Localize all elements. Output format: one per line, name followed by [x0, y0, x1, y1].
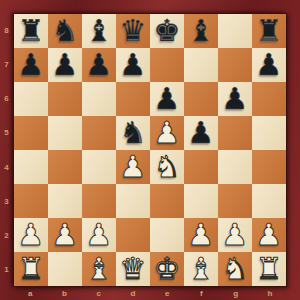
piece-white-bishop[interactable]: ♝ [188, 252, 215, 286]
piece-black-bishop[interactable]: ♝ [86, 14, 113, 48]
piece-black-knight[interactable]: ♞ [120, 116, 147, 150]
piece-white-pawn[interactable]: ♟ [154, 116, 181, 150]
square-e1[interactable]: ♚ [150, 252, 184, 286]
square-a6[interactable] [14, 82, 48, 116]
square-c5[interactable] [82, 116, 116, 150]
square-g2[interactable]: ♟ [218, 218, 252, 252]
square-g3[interactable] [218, 184, 252, 218]
rank-label-6: 6 [0, 82, 13, 116]
square-f6[interactable] [184, 82, 218, 116]
square-h4[interactable] [252, 150, 286, 184]
square-d1[interactable]: ♛ [116, 252, 150, 286]
file-label-f: f [184, 287, 218, 300]
file-label-d: d [116, 287, 150, 300]
square-g1[interactable]: ♞ [218, 252, 252, 286]
square-a7[interactable]: ♟ [14, 48, 48, 82]
rank-label-2: 2 [0, 219, 13, 253]
piece-black-pawn[interactable]: ♟ [256, 48, 283, 82]
piece-black-knight[interactable]: ♞ [52, 14, 79, 48]
piece-white-knight[interactable]: ♞ [154, 150, 181, 184]
piece-white-bishop[interactable]: ♝ [86, 252, 113, 286]
square-c4[interactable] [82, 150, 116, 184]
piece-black-pawn[interactable]: ♟ [154, 82, 181, 116]
square-h3[interactable] [252, 184, 286, 218]
square-h5[interactable] [252, 116, 286, 150]
square-a5[interactable] [14, 116, 48, 150]
rank-labels: 87654321 [0, 13, 13, 287]
square-b5[interactable] [48, 116, 82, 150]
piece-white-pawn[interactable]: ♟ [120, 150, 147, 184]
square-d2[interactable] [116, 218, 150, 252]
piece-black-pawn[interactable]: ♟ [188, 116, 215, 150]
piece-black-king[interactable]: ♚ [154, 14, 181, 48]
square-f5[interactable]: ♟ [184, 116, 218, 150]
square-h1[interactable]: ♜ [252, 252, 286, 286]
square-e3[interactable] [150, 184, 184, 218]
file-label-h: h [253, 287, 287, 300]
piece-white-knight[interactable]: ♞ [222, 252, 249, 286]
square-h6[interactable] [252, 82, 286, 116]
square-e8[interactable]: ♚ [150, 14, 184, 48]
square-d5[interactable]: ♞ [116, 116, 150, 150]
square-b8[interactable]: ♞ [48, 14, 82, 48]
piece-black-pawn[interactable]: ♟ [222, 82, 249, 116]
square-c6[interactable] [82, 82, 116, 116]
piece-white-pawn[interactable]: ♟ [256, 218, 283, 252]
piece-black-rook[interactable]: ♜ [256, 14, 283, 48]
rank-label-4: 4 [0, 150, 13, 184]
square-d4[interactable]: ♟ [116, 150, 150, 184]
square-f1[interactable]: ♝ [184, 252, 218, 286]
chess-board[interactable]: ♜♞♝♛♚♝♜♟♟♟♟♟♟♟♞♟♟♟♞♟♟♟♟♟♟♜♝♛♚♝♞♜ [13, 13, 287, 287]
square-b4[interactable] [48, 150, 82, 184]
square-e7[interactable] [150, 48, 184, 82]
piece-white-pawn[interactable]: ♟ [222, 218, 249, 252]
square-c3[interactable] [82, 184, 116, 218]
rank-label-3: 3 [0, 184, 13, 218]
square-b6[interactable] [48, 82, 82, 116]
square-a2[interactable]: ♟ [14, 218, 48, 252]
piece-white-queen[interactable]: ♛ [120, 252, 147, 286]
square-a8[interactable]: ♜ [14, 14, 48, 48]
square-g8[interactable] [218, 14, 252, 48]
piece-black-rook[interactable]: ♜ [18, 14, 45, 48]
piece-white-pawn[interactable]: ♟ [188, 218, 215, 252]
rank-label-1: 1 [0, 253, 13, 287]
square-d7[interactable]: ♟ [116, 48, 150, 82]
square-f8[interactable]: ♝ [184, 14, 218, 48]
piece-white-rook[interactable]: ♜ [18, 252, 45, 286]
square-g7[interactable] [218, 48, 252, 82]
rank-label-8: 8 [0, 13, 13, 47]
square-e5[interactable]: ♟ [150, 116, 184, 150]
square-d8[interactable]: ♛ [116, 14, 150, 48]
square-f2[interactable]: ♟ [184, 218, 218, 252]
square-b2[interactable]: ♟ [48, 218, 82, 252]
file-label-g: g [219, 287, 253, 300]
rank-label-5: 5 [0, 116, 13, 150]
file-label-a: a [13, 287, 47, 300]
file-label-c: c [82, 287, 116, 300]
square-g5[interactable] [218, 116, 252, 150]
square-d3[interactable] [116, 184, 150, 218]
piece-black-pawn[interactable]: ♟ [120, 48, 147, 82]
square-c2[interactable]: ♟ [82, 218, 116, 252]
piece-black-pawn[interactable]: ♟ [18, 48, 45, 82]
rank-label-7: 7 [0, 47, 13, 81]
piece-white-pawn[interactable]: ♟ [86, 218, 113, 252]
square-a4[interactable] [14, 150, 48, 184]
square-b1[interactable] [48, 252, 82, 286]
square-b3[interactable] [48, 184, 82, 218]
square-h2[interactable]: ♟ [252, 218, 286, 252]
square-h7[interactable]: ♟ [252, 48, 286, 82]
square-e4[interactable]: ♞ [150, 150, 184, 184]
piece-black-queen[interactable]: ♛ [120, 14, 147, 48]
piece-black-pawn[interactable]: ♟ [86, 48, 113, 82]
file-labels: abcdefgh [13, 287, 287, 300]
square-e6[interactable]: ♟ [150, 82, 184, 116]
square-f7[interactable] [184, 48, 218, 82]
file-label-b: b [47, 287, 81, 300]
square-d6[interactable] [116, 82, 150, 116]
square-c8[interactable]: ♝ [82, 14, 116, 48]
piece-white-pawn[interactable]: ♟ [52, 218, 79, 252]
piece-black-bishop[interactable]: ♝ [188, 14, 215, 48]
square-f3[interactable] [184, 184, 218, 218]
piece-white-pawn[interactable]: ♟ [18, 218, 45, 252]
board-frame: 87654321 ♜♞♝♛♚♝♜♟♟♟♟♟♟♟♞♟♟♟♞♟♟♟♟♟♟♜♝♛♚♝♞… [0, 0, 300, 300]
piece-white-rook[interactable]: ♜ [256, 252, 283, 286]
square-a1[interactable]: ♜ [14, 252, 48, 286]
square-e2[interactable] [150, 218, 184, 252]
square-a3[interactable] [14, 184, 48, 218]
file-label-e: e [150, 287, 184, 300]
square-c1[interactable]: ♝ [82, 252, 116, 286]
square-c7[interactable]: ♟ [82, 48, 116, 82]
square-f4[interactable] [184, 150, 218, 184]
square-g6[interactable]: ♟ [218, 82, 252, 116]
square-h8[interactable]: ♜ [252, 14, 286, 48]
piece-black-pawn[interactable]: ♟ [52, 48, 79, 82]
square-b7[interactable]: ♟ [48, 48, 82, 82]
square-g4[interactable] [218, 150, 252, 184]
piece-white-king[interactable]: ♚ [154, 252, 181, 286]
